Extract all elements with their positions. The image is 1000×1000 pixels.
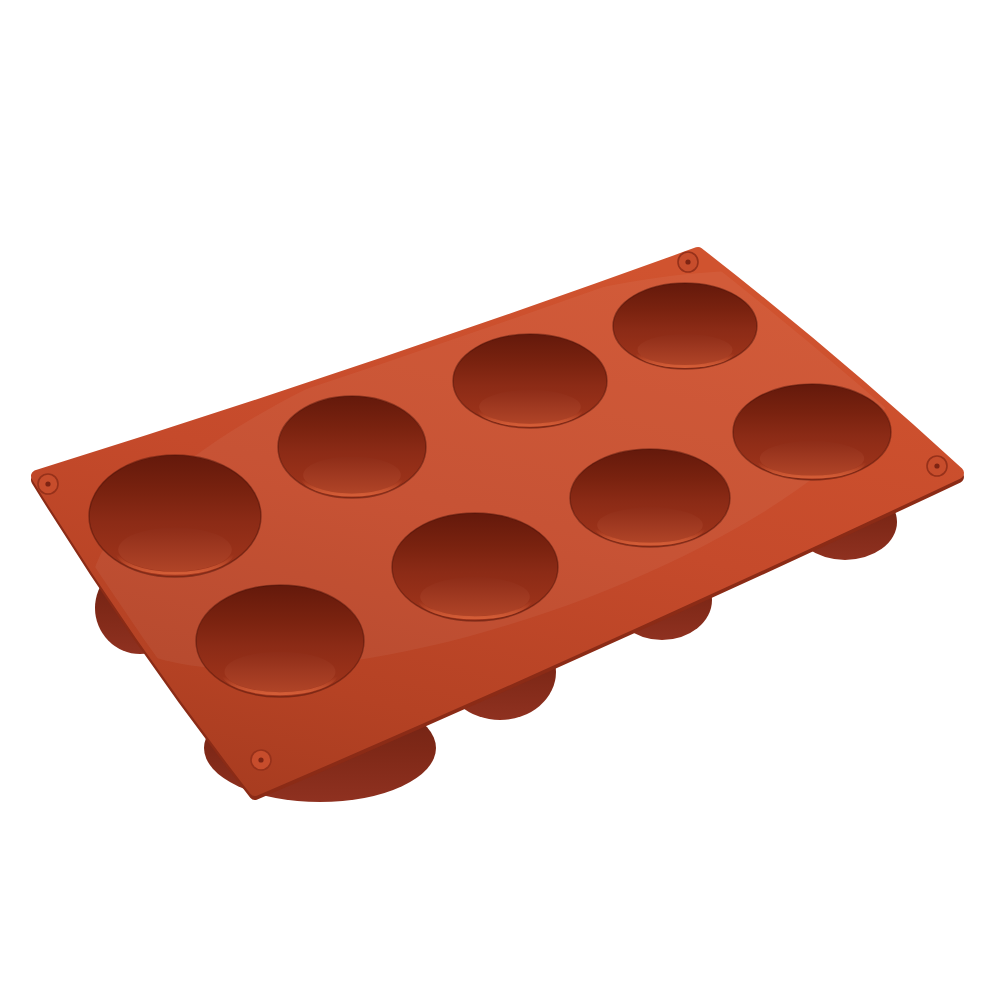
- scene-root: [0, 0, 1000, 1000]
- corner-rivet-4: [927, 456, 947, 476]
- cavity-r2c2: [392, 513, 558, 621]
- cavity-r2c3: [570, 449, 730, 547]
- cavity-r1c4: [613, 283, 757, 369]
- cavity-r1c3: [453, 334, 607, 428]
- cavity-r1c1: [89, 455, 261, 577]
- corner-rivet-1: [678, 252, 698, 272]
- rivet-dot: [258, 757, 263, 762]
- corner-rivet-3: [251, 750, 271, 770]
- rivet-dot: [934, 463, 939, 468]
- rivet-dot: [685, 259, 690, 264]
- photo-canvas: [0, 0, 1000, 1000]
- cavity-r2c1: [196, 585, 364, 697]
- cavity-r2c4: [733, 384, 891, 480]
- corner-rivet-2: [38, 474, 58, 494]
- silicone-mold-photo: [0, 0, 1000, 1000]
- cavity-r1c2: [278, 396, 426, 498]
- rivet-dot: [45, 481, 50, 486]
